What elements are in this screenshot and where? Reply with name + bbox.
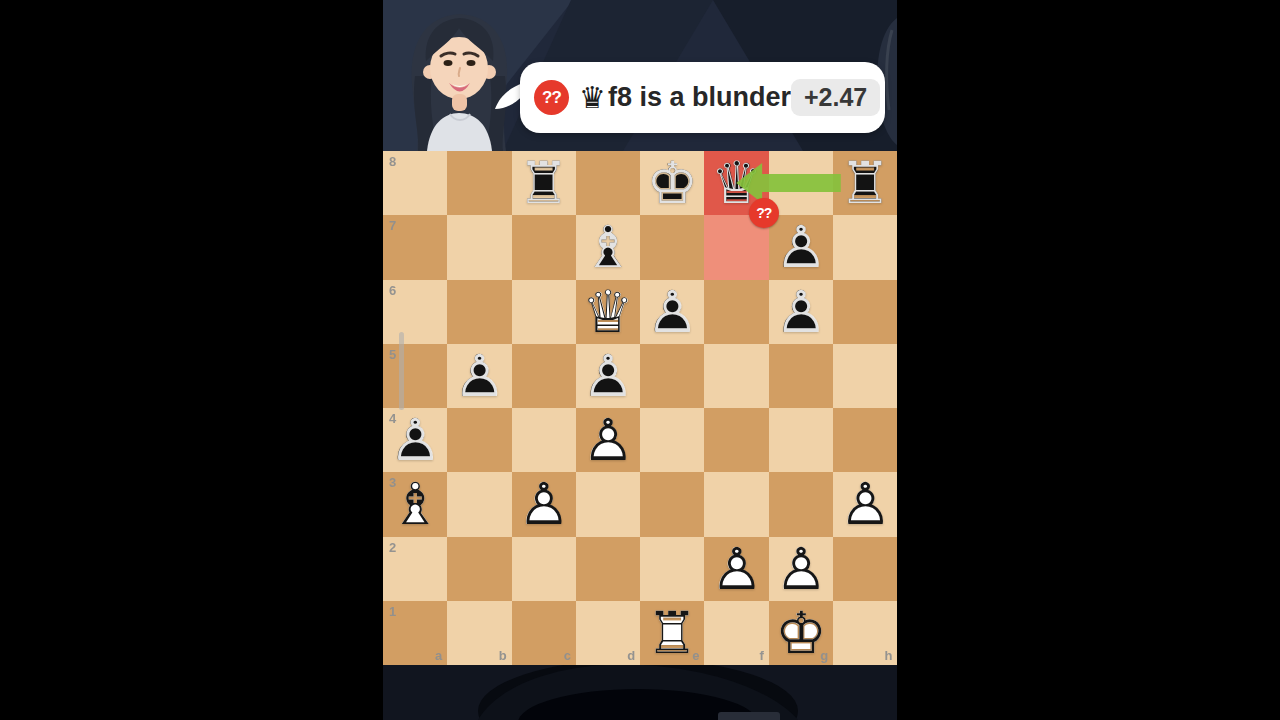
square-a3[interactable]: 3♝♗ [383, 472, 447, 536]
square-h3[interactable]: ♟♙ [833, 472, 897, 536]
square-b4[interactable] [447, 408, 511, 472]
square-g2[interactable]: ♟♙ [769, 537, 833, 601]
white-pawn[interactable]: ♟♙ [833, 472, 897, 536]
black-pawn[interactable]: ♟♙ [447, 344, 511, 408]
scroll-indicator[interactable] [399, 332, 404, 410]
square-h5[interactable] [833, 344, 897, 408]
square-d8[interactable] [576, 151, 640, 215]
square-h1[interactable]: h [833, 601, 897, 665]
square-h8[interactable]: ♜♖ [833, 151, 897, 215]
square-e6[interactable]: ♟♙ [640, 280, 704, 344]
square-e5[interactable] [640, 344, 704, 408]
black-queen-glyph: ♛ [579, 83, 606, 113]
square-e4[interactable] [640, 408, 704, 472]
white-pawn[interactable]: ♟♙ [576, 408, 640, 472]
white-queen[interactable]: ♛♕ [576, 280, 640, 344]
square-d7[interactable]: ♝♗ [576, 215, 640, 279]
square-a2[interactable]: 2 [383, 537, 447, 601]
rank-label: 2 [389, 540, 396, 555]
video-frame: ?? ♛ f8 is a blunder +2.47 8♜♖♚♔♛♕♜♖7♝♗♟… [383, 0, 897, 720]
square-a1[interactable]: 1a [383, 601, 447, 665]
square-c1[interactable]: c [512, 601, 576, 665]
white-rook[interactable]: ♜♖ [640, 601, 704, 665]
square-f1[interactable]: f [704, 601, 768, 665]
file-label: b [499, 648, 507, 663]
file-label: f [759, 648, 763, 663]
white-king[interactable]: ♚♔ [769, 601, 833, 665]
square-g4[interactable] [769, 408, 833, 472]
square-h4[interactable] [833, 408, 897, 472]
white-pawn[interactable]: ♟♙ [704, 537, 768, 601]
square-e1[interactable]: e♜♖ [640, 601, 704, 665]
square-a4[interactable]: 4♟♙ [383, 408, 447, 472]
square-e8[interactable]: ♚♔ [640, 151, 704, 215]
square-f6[interactable] [704, 280, 768, 344]
square-a5[interactable]: 5 [383, 344, 447, 408]
rank-label: 8 [389, 154, 396, 169]
square-b2[interactable] [447, 537, 511, 601]
square-f4[interactable] [704, 408, 768, 472]
square-d3[interactable] [576, 472, 640, 536]
file-label: h [884, 648, 892, 663]
blunder-badge: ?? [534, 80, 569, 115]
square-a7[interactable]: 7 [383, 215, 447, 279]
file-label: a [435, 648, 442, 663]
black-pawn[interactable]: ♟♙ [383, 408, 447, 472]
square-g3[interactable] [769, 472, 833, 536]
move-text: f8 is a blunder [608, 82, 791, 113]
square-d4[interactable]: ♟♙ [576, 408, 640, 472]
square-b1[interactable]: b [447, 601, 511, 665]
square-f5[interactable] [704, 344, 768, 408]
black-pawn[interactable]: ♟♙ [769, 215, 833, 279]
eval-badge: +2.47 [791, 79, 880, 116]
square-g6[interactable]: ♟♙ [769, 280, 833, 344]
square-c2[interactable] [512, 537, 576, 601]
square-f3[interactable] [704, 472, 768, 536]
square-c6[interactable] [512, 280, 576, 344]
square-e7[interactable] [640, 215, 704, 279]
square-g5[interactable] [769, 344, 833, 408]
square-c7[interactable] [512, 215, 576, 279]
file-label: d [627, 648, 635, 663]
board-blunder-badge: ?? [749, 198, 779, 228]
rank-label: 7 [389, 218, 396, 233]
square-d2[interactable] [576, 537, 640, 601]
square-d1[interactable]: d [576, 601, 640, 665]
square-f2[interactable]: ♟♙ [704, 537, 768, 601]
square-e2[interactable] [640, 537, 704, 601]
white-bishop[interactable]: ♝♗ [383, 472, 447, 536]
rank-label: 1 [389, 604, 396, 619]
square-b6[interactable] [447, 280, 511, 344]
square-b8[interactable] [447, 151, 511, 215]
square-g7[interactable]: ♟♙ [769, 215, 833, 279]
square-b7[interactable] [447, 215, 511, 279]
square-g1[interactable]: g♚♔ [769, 601, 833, 665]
square-e3[interactable] [640, 472, 704, 536]
bubble-tail [495, 80, 523, 112]
avatar [393, 6, 528, 151]
square-h7[interactable] [833, 215, 897, 279]
black-bishop[interactable]: ♝♗ [576, 215, 640, 279]
black-pawn[interactable]: ♟♙ [576, 344, 640, 408]
black-rook[interactable]: ♜♖ [833, 151, 897, 215]
file-label: c [564, 648, 571, 663]
square-b3[interactable] [447, 472, 511, 536]
black-king[interactable]: ♚♔ [640, 151, 704, 215]
square-b5[interactable]: ♟♙ [447, 344, 511, 408]
rank-label: 6 [389, 283, 396, 298]
square-c8[interactable]: ♜♖ [512, 151, 576, 215]
square-c5[interactable] [512, 344, 576, 408]
bottom-background [383, 665, 897, 720]
square-d6[interactable]: ♛♕ [576, 280, 640, 344]
square-g8[interactable] [769, 151, 833, 215]
black-rook[interactable]: ♜♖ [512, 151, 576, 215]
rank-label: 5 [389, 347, 396, 362]
square-a6[interactable]: 6 [383, 280, 447, 344]
white-pawn[interactable]: ♟♙ [512, 472, 576, 536]
square-h2[interactable] [833, 537, 897, 601]
square-h6[interactable] [833, 280, 897, 344]
square-a8[interactable]: 8 [383, 151, 447, 215]
speech-bubble: ?? ♛ f8 is a blunder +2.47 [520, 62, 885, 133]
square-c4[interactable] [512, 408, 576, 472]
black-pawn[interactable]: ♟♙ [640, 280, 704, 344]
white-pawn[interactable]: ♟♙ [769, 537, 833, 601]
square-c3[interactable]: ♟♙ [512, 472, 576, 536]
chess-board[interactable]: 8♜♖♚♔♛♕♜♖7♝♗♟♙6♛♕♟♙♟♙5♟♙♟♙4♟♙♟♙3♝♗♟♙♟♙2♟… [383, 151, 897, 665]
square-d5[interactable]: ♟♙ [576, 344, 640, 408]
black-pawn[interactable]: ♟♙ [769, 280, 833, 344]
